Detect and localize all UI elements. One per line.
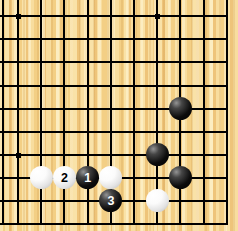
stone-black-n3[interactable]: 1 (76, 166, 99, 189)
stone-white-o3[interactable] (99, 166, 122, 189)
stone-black-r6[interactable] (169, 97, 192, 120)
stone-white-l3[interactable] (30, 166, 53, 189)
go-board[interactable]: 2 1 3 (0, 0, 238, 231)
grid-line-v-partial (2, 0, 4, 225)
move-number-label: 2 (61, 172, 68, 185)
stone-black-q4[interactable] (146, 143, 169, 166)
move-number-label: 3 (107, 195, 114, 208)
stone-white-q2[interactable] (146, 189, 169, 212)
stone-black-r3[interactable] (169, 166, 192, 189)
move-number-label: 1 (84, 172, 91, 185)
stone-white-m3[interactable]: 2 (53, 166, 76, 189)
stones-grid: 2 1 3 (6, 4, 238, 231)
stone-black-o2[interactable]: 3 (99, 189, 122, 212)
